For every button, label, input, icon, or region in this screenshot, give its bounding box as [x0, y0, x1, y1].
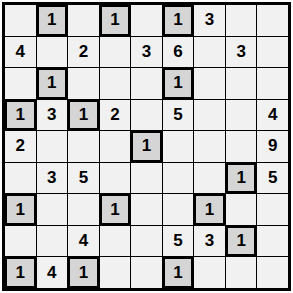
cell-r9c4[interactable] — [100, 257, 131, 288]
cell-r9c5[interactable] — [131, 257, 162, 288]
cell-r7c4[interactable]: 1 — [100, 194, 131, 225]
cell-r4c1[interactable]: 1 — [5, 100, 36, 131]
cell-r7c3[interactable] — [68, 194, 99, 225]
cell-r2c9[interactable] — [257, 37, 288, 68]
cell-r2c7[interactable] — [194, 37, 225, 68]
cell-r5c9[interactable]: 9 — [257, 131, 288, 162]
cell-r9c3[interactable]: 1 — [68, 257, 99, 288]
cell-r7c5[interactable] — [131, 194, 162, 225]
cell-r7c2[interactable] — [37, 194, 68, 225]
cell-r9c9[interactable] — [257, 257, 288, 288]
cell-r4c7[interactable] — [194, 100, 225, 131]
cell-r8c8[interactable]: 1 — [226, 226, 257, 257]
cell-r4c5[interactable] — [131, 100, 162, 131]
cell-r5c1[interactable]: 2 — [5, 131, 36, 162]
cell-r8c6[interactable]: 5 — [163, 226, 194, 257]
cell-r5c6[interactable] — [163, 131, 194, 162]
cell-r8c7[interactable]: 3 — [194, 226, 225, 257]
cell-r2c8[interactable]: 3 — [226, 37, 257, 68]
cell-r8c5[interactable] — [131, 226, 162, 257]
cell-r9c8[interactable] — [226, 257, 257, 288]
puzzle-board: 11134236311131254219351511145311411 — [5, 5, 288, 288]
cell-r6c2[interactable]: 3 — [37, 163, 68, 194]
cell-r8c1[interactable] — [5, 226, 36, 257]
cell-r2c5[interactable]: 3 — [131, 37, 162, 68]
cell-r3c5[interactable] — [131, 68, 162, 99]
cell-r9c7[interactable] — [194, 257, 225, 288]
cell-r8c2[interactable] — [37, 226, 68, 257]
cell-r6c6[interactable] — [163, 163, 194, 194]
cell-r7c8[interactable] — [226, 194, 257, 225]
cell-r3c9[interactable] — [257, 68, 288, 99]
cell-r7c7[interactable]: 1 — [194, 194, 225, 225]
cell-r1c1[interactable] — [5, 5, 36, 36]
cell-r3c1[interactable] — [5, 68, 36, 99]
cell-r1c3[interactable] — [68, 5, 99, 36]
cell-r3c6[interactable]: 1 — [163, 68, 194, 99]
cell-r2c1[interactable]: 4 — [5, 37, 36, 68]
cell-r3c7[interactable] — [194, 68, 225, 99]
cell-r1c4[interactable]: 1 — [100, 5, 131, 36]
cell-r6c9[interactable]: 5 — [257, 163, 288, 194]
cell-r7c9[interactable] — [257, 194, 288, 225]
cell-r8c4[interactable] — [100, 226, 131, 257]
cell-r4c9[interactable]: 4 — [257, 100, 288, 131]
cell-r1c2[interactable]: 1 — [37, 5, 68, 36]
cell-r4c8[interactable] — [226, 100, 257, 131]
cell-r6c1[interactable] — [5, 163, 36, 194]
cell-r5c5[interactable]: 1 — [131, 131, 162, 162]
cell-r4c6[interactable]: 5 — [163, 100, 194, 131]
cell-r1c8[interactable] — [226, 5, 257, 36]
cell-r5c8[interactable] — [226, 131, 257, 162]
cell-r4c3[interactable]: 1 — [68, 100, 99, 131]
cell-r5c4[interactable] — [100, 131, 131, 162]
cell-r9c1[interactable]: 1 — [5, 257, 36, 288]
cell-r1c7[interactable]: 3 — [194, 5, 225, 36]
cell-r8c9[interactable] — [257, 226, 288, 257]
cell-r7c1[interactable]: 1 — [5, 194, 36, 225]
cell-r6c7[interactable] — [194, 163, 225, 194]
cell-r3c8[interactable] — [226, 68, 257, 99]
cell-r5c2[interactable] — [37, 131, 68, 162]
cell-r2c4[interactable] — [100, 37, 131, 68]
cell-r9c6[interactable]: 1 — [163, 257, 194, 288]
cell-r6c5[interactable] — [131, 163, 162, 194]
cell-r3c4[interactable] — [100, 68, 131, 99]
cell-r2c2[interactable] — [37, 37, 68, 68]
cell-r1c5[interactable] — [131, 5, 162, 36]
cell-r1c9[interactable] — [257, 5, 288, 36]
cell-r4c2[interactable]: 3 — [37, 100, 68, 131]
cell-r2c3[interactable]: 2 — [68, 37, 99, 68]
cell-r6c3[interactable]: 5 — [68, 163, 99, 194]
cell-r8c3[interactable]: 4 — [68, 226, 99, 257]
cell-r2c6[interactable]: 6 — [163, 37, 194, 68]
cell-r4c4[interactable]: 2 — [100, 100, 131, 131]
cell-r1c6[interactable]: 1 — [163, 5, 194, 36]
cell-r5c7[interactable] — [194, 131, 225, 162]
cell-r7c6[interactable] — [163, 194, 194, 225]
puzzle-board-frame: 11134236311131254219351511145311411 — [2, 2, 291, 291]
cell-r6c4[interactable] — [100, 163, 131, 194]
cell-r3c3[interactable] — [68, 68, 99, 99]
cell-r5c3[interactable] — [68, 131, 99, 162]
cell-r6c8[interactable]: 1 — [226, 163, 257, 194]
cell-r9c2[interactable]: 4 — [37, 257, 68, 288]
cell-r3c2[interactable]: 1 — [37, 68, 68, 99]
